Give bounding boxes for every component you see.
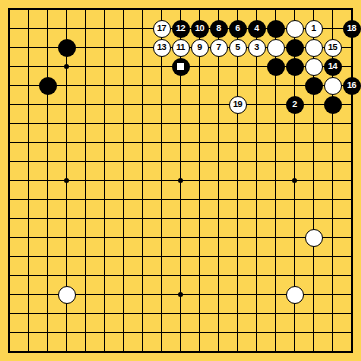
intersection[interactable] xyxy=(304,171,323,190)
intersection[interactable] xyxy=(38,285,57,304)
intersection[interactable] xyxy=(190,0,209,19)
intersection[interactable] xyxy=(323,0,342,19)
intersection[interactable] xyxy=(323,266,342,285)
intersection[interactable] xyxy=(190,304,209,323)
intersection[interactable] xyxy=(190,266,209,285)
intersection[interactable] xyxy=(95,304,114,323)
intersection[interactable] xyxy=(133,304,152,323)
intersection[interactable] xyxy=(285,152,304,171)
intersection[interactable] xyxy=(152,114,171,133)
intersection[interactable] xyxy=(209,114,228,133)
intersection[interactable] xyxy=(285,247,304,266)
intersection[interactable] xyxy=(323,323,342,342)
intersection[interactable] xyxy=(190,342,209,361)
intersection[interactable] xyxy=(266,342,285,361)
intersection[interactable] xyxy=(57,266,76,285)
intersection[interactable] xyxy=(171,342,190,361)
intersection[interactable] xyxy=(19,209,38,228)
intersection[interactable] xyxy=(247,228,266,247)
intersection[interactable] xyxy=(209,95,228,114)
intersection[interactable] xyxy=(114,76,133,95)
intersection[interactable] xyxy=(152,209,171,228)
intersection[interactable] xyxy=(342,0,361,19)
intersection[interactable] xyxy=(152,266,171,285)
intersection[interactable] xyxy=(228,57,247,76)
black-stone[interactable] xyxy=(267,20,285,38)
intersection[interactable] xyxy=(19,57,38,76)
intersection[interactable] xyxy=(38,57,57,76)
intersection[interactable] xyxy=(247,304,266,323)
intersection[interactable] xyxy=(323,190,342,209)
intersection[interactable] xyxy=(0,171,19,190)
intersection[interactable] xyxy=(0,133,19,152)
intersection[interactable] xyxy=(342,266,361,285)
intersection[interactable] xyxy=(19,323,38,342)
intersection[interactable] xyxy=(266,266,285,285)
intersection[interactable] xyxy=(38,152,57,171)
intersection[interactable] xyxy=(0,342,19,361)
intersection[interactable] xyxy=(247,0,266,19)
intersection[interactable] xyxy=(38,304,57,323)
intersection[interactable] xyxy=(95,171,114,190)
intersection[interactable] xyxy=(0,95,19,114)
black-stone[interactable] xyxy=(286,58,304,76)
intersection[interactable] xyxy=(247,323,266,342)
intersection[interactable] xyxy=(323,247,342,266)
black-stone[interactable]: 10 xyxy=(191,20,209,38)
intersection[interactable] xyxy=(19,171,38,190)
intersection[interactable] xyxy=(38,19,57,38)
intersection[interactable] xyxy=(133,266,152,285)
intersection[interactable] xyxy=(285,228,304,247)
intersection[interactable] xyxy=(95,190,114,209)
intersection[interactable] xyxy=(0,285,19,304)
intersection[interactable] xyxy=(266,209,285,228)
intersection[interactable] xyxy=(342,342,361,361)
intersection[interactable] xyxy=(19,266,38,285)
intersection[interactable] xyxy=(152,152,171,171)
intersection[interactable] xyxy=(76,152,95,171)
intersection[interactable] xyxy=(76,228,95,247)
white-stone[interactable] xyxy=(305,58,323,76)
black-stone[interactable] xyxy=(324,96,342,114)
black-stone[interactable] xyxy=(286,39,304,57)
intersection[interactable] xyxy=(38,171,57,190)
intersection[interactable] xyxy=(152,190,171,209)
intersection[interactable] xyxy=(38,342,57,361)
intersection[interactable] xyxy=(133,0,152,19)
intersection[interactable] xyxy=(152,342,171,361)
white-stone[interactable]: 1 xyxy=(305,20,323,38)
intersection[interactable] xyxy=(95,114,114,133)
intersection[interactable] xyxy=(190,152,209,171)
intersection[interactable] xyxy=(266,114,285,133)
intersection[interactable] xyxy=(114,266,133,285)
intersection[interactable] xyxy=(304,285,323,304)
intersection[interactable] xyxy=(76,171,95,190)
intersection[interactable] xyxy=(114,133,133,152)
intersection[interactable] xyxy=(190,133,209,152)
intersection[interactable] xyxy=(57,228,76,247)
intersection[interactable] xyxy=(266,190,285,209)
intersection[interactable] xyxy=(19,228,38,247)
intersection[interactable] xyxy=(266,285,285,304)
intersection[interactable] xyxy=(228,209,247,228)
intersection[interactable] xyxy=(152,323,171,342)
intersection[interactable] xyxy=(209,133,228,152)
intersection[interactable] xyxy=(209,171,228,190)
intersection[interactable] xyxy=(133,133,152,152)
intersection[interactable] xyxy=(114,323,133,342)
white-stone[interactable]: 7 xyxy=(210,39,228,57)
intersection[interactable] xyxy=(342,114,361,133)
intersection[interactable] xyxy=(0,266,19,285)
intersection[interactable] xyxy=(285,133,304,152)
intersection[interactable] xyxy=(133,285,152,304)
white-stone[interactable] xyxy=(305,229,323,247)
intersection[interactable] xyxy=(247,190,266,209)
intersection[interactable] xyxy=(133,171,152,190)
intersection[interactable] xyxy=(190,247,209,266)
white-stone[interactable]: 9 xyxy=(191,39,209,57)
intersection[interactable] xyxy=(114,152,133,171)
intersection[interactable] xyxy=(19,38,38,57)
intersection[interactable] xyxy=(285,0,304,19)
intersection[interactable] xyxy=(38,228,57,247)
white-stone[interactable]: 3 xyxy=(248,39,266,57)
intersection[interactable] xyxy=(0,209,19,228)
intersection[interactable] xyxy=(209,323,228,342)
intersection[interactable] xyxy=(228,133,247,152)
intersection[interactable] xyxy=(133,247,152,266)
intersection[interactable] xyxy=(304,304,323,323)
intersection[interactable] xyxy=(133,152,152,171)
intersection[interactable] xyxy=(266,133,285,152)
intersection[interactable] xyxy=(152,95,171,114)
intersection[interactable] xyxy=(19,247,38,266)
intersection[interactable] xyxy=(247,95,266,114)
intersection[interactable] xyxy=(76,57,95,76)
intersection[interactable] xyxy=(57,247,76,266)
intersection[interactable] xyxy=(342,209,361,228)
intersection[interactable] xyxy=(38,266,57,285)
black-stone[interactable]: 18 xyxy=(343,20,361,38)
intersection[interactable] xyxy=(95,133,114,152)
intersection[interactable] xyxy=(76,285,95,304)
intersection[interactable] xyxy=(342,133,361,152)
intersection[interactable] xyxy=(171,266,190,285)
intersection[interactable] xyxy=(228,342,247,361)
intersection[interactable] xyxy=(304,114,323,133)
intersection[interactable] xyxy=(209,285,228,304)
intersection[interactable] xyxy=(190,57,209,76)
intersection[interactable] xyxy=(0,247,19,266)
intersection[interactable] xyxy=(19,190,38,209)
white-stone[interactable]: 13 xyxy=(153,39,171,57)
white-stone[interactable]: 17 xyxy=(153,20,171,38)
intersection[interactable] xyxy=(0,114,19,133)
intersection[interactable] xyxy=(95,228,114,247)
intersection[interactable] xyxy=(304,323,323,342)
intersection[interactable] xyxy=(190,190,209,209)
intersection[interactable] xyxy=(133,209,152,228)
intersection[interactable] xyxy=(152,76,171,95)
intersection[interactable] xyxy=(247,285,266,304)
intersection[interactable] xyxy=(323,114,342,133)
intersection[interactable] xyxy=(171,152,190,171)
intersection[interactable] xyxy=(247,152,266,171)
black-stone[interactable]: 6 xyxy=(229,20,247,38)
intersection[interactable] xyxy=(209,209,228,228)
intersection[interactable] xyxy=(57,152,76,171)
intersection[interactable] xyxy=(76,114,95,133)
intersection[interactable] xyxy=(19,19,38,38)
intersection[interactable] xyxy=(247,171,266,190)
black-stone[interactable] xyxy=(172,58,190,76)
white-stone[interactable]: 15 xyxy=(324,39,342,57)
intersection[interactable] xyxy=(95,95,114,114)
intersection[interactable] xyxy=(209,247,228,266)
intersection[interactable] xyxy=(152,304,171,323)
intersection[interactable] xyxy=(114,209,133,228)
intersection[interactable] xyxy=(57,323,76,342)
intersection[interactable] xyxy=(0,228,19,247)
intersection[interactable] xyxy=(19,285,38,304)
intersection[interactable] xyxy=(209,57,228,76)
intersection[interactable] xyxy=(133,57,152,76)
intersection[interactable] xyxy=(266,76,285,95)
black-stone[interactable]: 14 xyxy=(324,58,342,76)
intersection[interactable] xyxy=(228,114,247,133)
intersection[interactable] xyxy=(0,304,19,323)
intersection[interactable] xyxy=(76,247,95,266)
intersection[interactable] xyxy=(171,209,190,228)
intersection[interactable] xyxy=(57,76,76,95)
white-stone[interactable] xyxy=(286,20,304,38)
intersection[interactable] xyxy=(304,247,323,266)
intersection[interactable] xyxy=(228,228,247,247)
intersection[interactable] xyxy=(0,323,19,342)
black-stone[interactable] xyxy=(39,77,57,95)
intersection[interactable] xyxy=(114,342,133,361)
intersection[interactable] xyxy=(285,209,304,228)
intersection[interactable] xyxy=(323,342,342,361)
intersection[interactable] xyxy=(114,304,133,323)
intersection[interactable] xyxy=(209,76,228,95)
intersection[interactable] xyxy=(95,323,114,342)
intersection[interactable] xyxy=(95,247,114,266)
intersection[interactable] xyxy=(114,57,133,76)
intersection[interactable] xyxy=(76,323,95,342)
intersection[interactable] xyxy=(0,152,19,171)
intersection[interactable] xyxy=(247,342,266,361)
intersection[interactable] xyxy=(323,171,342,190)
intersection[interactable] xyxy=(0,19,19,38)
intersection[interactable] xyxy=(209,304,228,323)
intersection[interactable] xyxy=(228,76,247,95)
intersection[interactable] xyxy=(285,342,304,361)
intersection[interactable] xyxy=(190,228,209,247)
white-stone[interactable] xyxy=(58,286,76,304)
intersection[interactable] xyxy=(57,114,76,133)
intersection[interactable] xyxy=(285,266,304,285)
intersection[interactable] xyxy=(266,247,285,266)
intersection[interactable] xyxy=(304,209,323,228)
intersection[interactable] xyxy=(209,228,228,247)
intersection[interactable] xyxy=(190,323,209,342)
intersection[interactable] xyxy=(323,228,342,247)
intersection[interactable] xyxy=(152,0,171,19)
intersection[interactable] xyxy=(38,0,57,19)
intersection[interactable] xyxy=(19,76,38,95)
intersection[interactable] xyxy=(133,114,152,133)
intersection[interactable] xyxy=(285,323,304,342)
intersection[interactable] xyxy=(76,38,95,57)
intersection[interactable] xyxy=(57,209,76,228)
intersection[interactable] xyxy=(228,190,247,209)
intersection[interactable] xyxy=(114,190,133,209)
intersection[interactable] xyxy=(133,228,152,247)
intersection[interactable] xyxy=(152,228,171,247)
intersection[interactable] xyxy=(57,0,76,19)
intersection[interactable] xyxy=(19,95,38,114)
white-stone[interactable] xyxy=(286,286,304,304)
white-stone[interactable]: 19 xyxy=(229,96,247,114)
intersection[interactable] xyxy=(190,285,209,304)
white-stone[interactable] xyxy=(305,39,323,57)
black-stone[interactable]: 12 xyxy=(172,20,190,38)
intersection[interactable] xyxy=(0,57,19,76)
intersection[interactable] xyxy=(57,133,76,152)
intersection[interactable] xyxy=(19,342,38,361)
intersection[interactable] xyxy=(76,95,95,114)
intersection[interactable] xyxy=(266,304,285,323)
intersection[interactable] xyxy=(342,285,361,304)
intersection[interactable] xyxy=(228,247,247,266)
intersection[interactable] xyxy=(342,38,361,57)
intersection[interactable] xyxy=(114,95,133,114)
intersection[interactable] xyxy=(190,76,209,95)
intersection[interactable] xyxy=(171,133,190,152)
intersection[interactable] xyxy=(114,171,133,190)
intersection[interactable] xyxy=(95,0,114,19)
intersection[interactable] xyxy=(133,190,152,209)
intersection[interactable] xyxy=(342,228,361,247)
white-stone[interactable] xyxy=(267,39,285,57)
intersection[interactable] xyxy=(133,19,152,38)
intersection[interactable] xyxy=(266,152,285,171)
intersection[interactable] xyxy=(19,152,38,171)
intersection[interactable] xyxy=(247,76,266,95)
intersection[interactable] xyxy=(190,114,209,133)
intersection[interactable] xyxy=(57,304,76,323)
black-stone[interactable]: 16 xyxy=(343,77,361,95)
intersection[interactable] xyxy=(342,247,361,266)
intersection[interactable] xyxy=(95,19,114,38)
intersection[interactable] xyxy=(19,304,38,323)
intersection[interactable] xyxy=(114,114,133,133)
intersection[interactable] xyxy=(342,171,361,190)
intersection[interactable] xyxy=(304,152,323,171)
intersection[interactable] xyxy=(38,323,57,342)
intersection[interactable] xyxy=(228,0,247,19)
intersection[interactable] xyxy=(266,228,285,247)
intersection[interactable] xyxy=(266,95,285,114)
intersection[interactable] xyxy=(323,152,342,171)
intersection[interactable] xyxy=(114,285,133,304)
white-stone[interactable]: 11 xyxy=(172,39,190,57)
intersection[interactable] xyxy=(76,342,95,361)
intersection[interactable] xyxy=(304,266,323,285)
intersection[interactable] xyxy=(76,0,95,19)
intersection[interactable] xyxy=(114,38,133,57)
intersection[interactable] xyxy=(76,76,95,95)
intersection[interactable] xyxy=(171,304,190,323)
intersection[interactable] xyxy=(76,133,95,152)
intersection[interactable] xyxy=(152,247,171,266)
intersection[interactable] xyxy=(342,152,361,171)
intersection[interactable] xyxy=(95,266,114,285)
intersection[interactable] xyxy=(95,152,114,171)
intersection[interactable] xyxy=(133,76,152,95)
intersection[interactable] xyxy=(0,76,19,95)
intersection[interactable] xyxy=(323,19,342,38)
intersection[interactable] xyxy=(304,95,323,114)
intersection[interactable] xyxy=(304,133,323,152)
intersection[interactable] xyxy=(38,247,57,266)
intersection[interactable] xyxy=(38,209,57,228)
intersection[interactable] xyxy=(0,190,19,209)
intersection[interactable] xyxy=(38,190,57,209)
intersection[interactable] xyxy=(95,38,114,57)
intersection[interactable] xyxy=(190,95,209,114)
intersection[interactable] xyxy=(152,57,171,76)
intersection[interactable] xyxy=(171,190,190,209)
intersection[interactable] xyxy=(57,19,76,38)
intersection[interactable] xyxy=(171,323,190,342)
intersection[interactable] xyxy=(152,171,171,190)
intersection[interactable] xyxy=(285,190,304,209)
intersection[interactable] xyxy=(323,133,342,152)
intersection[interactable] xyxy=(304,0,323,19)
intersection[interactable] xyxy=(57,95,76,114)
white-stone[interactable] xyxy=(324,77,342,95)
intersection[interactable] xyxy=(95,57,114,76)
intersection[interactable] xyxy=(209,0,228,19)
intersection[interactable] xyxy=(228,304,247,323)
intersection[interactable] xyxy=(247,209,266,228)
black-stone[interactable] xyxy=(58,39,76,57)
intersection[interactable] xyxy=(209,152,228,171)
intersection[interactable] xyxy=(247,133,266,152)
intersection[interactable] xyxy=(171,228,190,247)
intersection[interactable] xyxy=(152,133,171,152)
intersection[interactable] xyxy=(76,209,95,228)
intersection[interactable] xyxy=(323,209,342,228)
intersection[interactable] xyxy=(228,285,247,304)
intersection[interactable] xyxy=(114,247,133,266)
intersection[interactable] xyxy=(133,323,152,342)
black-stone[interactable]: 8 xyxy=(210,20,228,38)
intersection[interactable] xyxy=(152,285,171,304)
intersection[interactable] xyxy=(304,190,323,209)
intersection[interactable] xyxy=(228,266,247,285)
intersection[interactable] xyxy=(342,190,361,209)
white-stone[interactable]: 5 xyxy=(229,39,247,57)
intersection[interactable] xyxy=(342,95,361,114)
intersection[interactable] xyxy=(266,0,285,19)
intersection[interactable] xyxy=(114,19,133,38)
